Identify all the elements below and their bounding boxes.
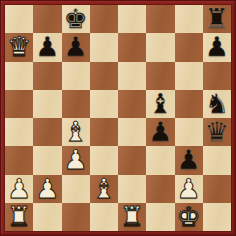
white-king-piece[interactable]: ♚: [177, 203, 201, 231]
square-e6[interactable]: [118, 62, 146, 90]
square-e7[interactable]: [118, 33, 146, 61]
square-a4[interactable]: [5, 118, 33, 146]
black-queen-piece[interactable]: ♛: [205, 118, 229, 146]
square-g4[interactable]: [175, 118, 203, 146]
square-b6[interactable]: [33, 62, 61, 90]
square-e1[interactable]: ♜: [118, 203, 146, 231]
square-g8[interactable]: [175, 5, 203, 33]
square-f8[interactable]: [146, 5, 174, 33]
square-h1[interactable]: [203, 203, 231, 231]
square-f2[interactable]: [146, 175, 174, 203]
white-rook-piece[interactable]: ♜: [7, 203, 31, 231]
square-g5[interactable]: [175, 90, 203, 118]
square-h4[interactable]: ♛: [203, 118, 231, 146]
square-h2[interactable]: [203, 175, 231, 203]
square-b7[interactable]: ♟: [33, 33, 61, 61]
square-c5[interactable]: [62, 90, 90, 118]
square-b3[interactable]: [33, 146, 61, 174]
square-c2[interactable]: [62, 175, 90, 203]
square-d2[interactable]: ♝: [90, 175, 118, 203]
square-a3[interactable]: [5, 146, 33, 174]
square-h5[interactable]: ♞: [203, 90, 231, 118]
black-pawn-piece[interactable]: ♟: [148, 118, 172, 146]
square-c8[interactable]: ♚: [62, 5, 90, 33]
black-pawn-piece[interactable]: ♟: [35, 33, 59, 61]
square-c1[interactable]: [62, 203, 90, 231]
black-rook-piece[interactable]: ♜: [205, 5, 229, 33]
white-pawn-piece[interactable]: ♟: [7, 175, 31, 203]
square-g7[interactable]: [175, 33, 203, 61]
white-queen-piece[interactable]: ♛: [7, 33, 31, 61]
square-e4[interactable]: [118, 118, 146, 146]
square-c6[interactable]: [62, 62, 90, 90]
square-h8[interactable]: ♜: [203, 5, 231, 33]
square-a7[interactable]: ♛: [5, 33, 33, 61]
square-g3[interactable]: ♟: [175, 146, 203, 174]
square-c3[interactable]: ♟: [62, 146, 90, 174]
white-pawn-piece[interactable]: ♟: [64, 146, 88, 174]
square-a6[interactable]: [5, 62, 33, 90]
square-f4[interactable]: ♟: [146, 118, 174, 146]
square-g6[interactable]: [175, 62, 203, 90]
black-king-piece[interactable]: ♚: [64, 5, 88, 33]
square-f7[interactable]: [146, 33, 174, 61]
square-e5[interactable]: [118, 90, 146, 118]
square-f3[interactable]: [146, 146, 174, 174]
square-b1[interactable]: [33, 203, 61, 231]
square-h7[interactable]: ♟: [203, 33, 231, 61]
square-b8[interactable]: [33, 5, 61, 33]
square-e8[interactable]: [118, 5, 146, 33]
board-frame: ♚♜♛♟♟♟♝♞♝♟♛♟♟♟♟♝♟♜♜♚: [0, 0, 236, 236]
square-c4[interactable]: ♝: [62, 118, 90, 146]
square-d8[interactable]: [90, 5, 118, 33]
square-d3[interactable]: [90, 146, 118, 174]
square-a8[interactable]: [5, 5, 33, 33]
black-bishop-piece[interactable]: ♝: [148, 90, 172, 118]
square-b2[interactable]: ♟: [33, 175, 61, 203]
white-bishop-piece[interactable]: ♝: [92, 175, 116, 203]
square-c7[interactable]: ♟: [62, 33, 90, 61]
square-h3[interactable]: [203, 146, 231, 174]
square-f1[interactable]: [146, 203, 174, 231]
white-pawn-piece[interactable]: ♟: [177, 175, 201, 203]
square-h6[interactable]: [203, 62, 231, 90]
square-g2[interactable]: ♟: [175, 175, 203, 203]
square-g1[interactable]: ♚: [175, 203, 203, 231]
square-e3[interactable]: [118, 146, 146, 174]
square-a1[interactable]: ♜: [5, 203, 33, 231]
black-pawn-piece[interactable]: ♟: [64, 33, 88, 61]
square-f5[interactable]: ♝: [146, 90, 174, 118]
white-bishop-piece[interactable]: ♝: [64, 118, 88, 146]
square-d7[interactable]: [90, 33, 118, 61]
square-d5[interactable]: [90, 90, 118, 118]
black-knight-piece[interactable]: ♞: [205, 90, 229, 118]
square-d4[interactable]: [90, 118, 118, 146]
square-a2[interactable]: ♟: [5, 175, 33, 203]
black-pawn-piece[interactable]: ♟: [205, 33, 229, 61]
square-d6[interactable]: [90, 62, 118, 90]
white-pawn-piece[interactable]: ♟: [35, 175, 59, 203]
square-f6[interactable]: [146, 62, 174, 90]
chess-board[interactable]: ♚♜♛♟♟♟♝♞♝♟♛♟♟♟♟♝♟♜♜♚: [5, 5, 231, 231]
square-b5[interactable]: [33, 90, 61, 118]
square-d1[interactable]: [90, 203, 118, 231]
square-a5[interactable]: [5, 90, 33, 118]
black-pawn-piece[interactable]: ♟: [177, 146, 201, 174]
white-rook-piece[interactable]: ♜: [120, 203, 144, 231]
square-b4[interactable]: [33, 118, 61, 146]
square-e2[interactable]: [118, 175, 146, 203]
